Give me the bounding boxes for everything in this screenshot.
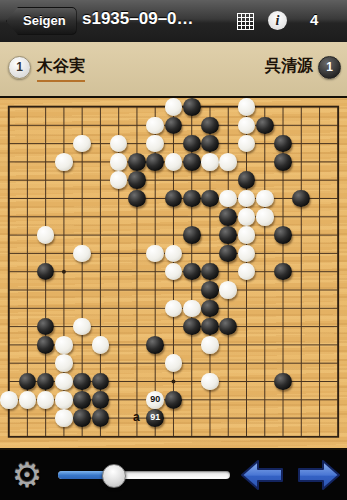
white-stone[interactable] (219, 281, 237, 299)
white-stone[interactable] (238, 208, 256, 226)
black-stone[interactable] (201, 117, 219, 135)
black-stone[interactable] (274, 226, 292, 244)
black-stone[interactable] (274, 373, 292, 391)
white-stone[interactable] (55, 153, 73, 171)
white-player-badge: 1 (8, 56, 31, 79)
info-icon[interactable]: i (268, 11, 287, 30)
black-stone[interactable] (183, 263, 201, 281)
white-stone[interactable] (183, 300, 201, 318)
move-91-stone[interactable]: 91 (146, 409, 164, 427)
nav-bar: Seigen s1935–09–0… i 4 (0, 0, 347, 43)
white-stone[interactable] (256, 208, 274, 226)
black-stone[interactable] (92, 409, 110, 427)
previous-move-button[interactable] (240, 459, 284, 491)
black-stone[interactable] (183, 135, 201, 153)
white-stone[interactable] (238, 98, 256, 116)
white-stone[interactable] (165, 354, 183, 372)
black-stone[interactable] (183, 226, 201, 244)
white-stone[interactable] (92, 336, 110, 354)
black-stone[interactable] (219, 226, 237, 244)
back-button[interactable]: Seigen (6, 7, 77, 35)
black-stone[interactable] (201, 135, 219, 153)
white-stone[interactable] (19, 391, 37, 409)
bottom-toolbar: ⚙ (0, 450, 347, 500)
black-player-name: 呉清源 (265, 56, 313, 77)
white-stone[interactable] (55, 373, 73, 391)
white-stone[interactable] (37, 391, 55, 409)
white-stone[interactable] (238, 226, 256, 244)
black-stone[interactable] (274, 135, 292, 153)
white-stone[interactable] (55, 409, 73, 427)
black-stone[interactable] (201, 300, 219, 318)
black-stone[interactable] (146, 153, 164, 171)
white-player-name[interactable]: 木谷実 (37, 56, 85, 82)
black-stone[interactable] (37, 336, 55, 354)
move-90-stone[interactable]: 90 (146, 391, 164, 409)
black-stone[interactable] (201, 318, 219, 336)
black-stone[interactable] (92, 391, 110, 409)
black-stone[interactable] (183, 318, 201, 336)
white-stone[interactable] (146, 245, 164, 263)
game-title: s1935–09–0… (82, 9, 212, 29)
white-stone[interactable] (201, 373, 219, 391)
app-screen: Seigen s1935–09–0… i 4 1 木谷実 呉清源 1 9091a… (0, 0, 347, 500)
black-stone[interactable] (128, 153, 146, 171)
white-stone[interactable] (201, 336, 219, 354)
next-move-button[interactable] (297, 459, 341, 491)
settings-gear-icon[interactable]: ⚙ (8, 454, 46, 496)
black-stone[interactable] (274, 153, 292, 171)
white-stone[interactable] (256, 190, 274, 208)
black-stone[interactable] (219, 208, 237, 226)
white-stone[interactable] (219, 153, 237, 171)
white-stone[interactable] (55, 336, 73, 354)
black-stone[interactable] (183, 153, 201, 171)
black-player-badge: 1 (318, 56, 341, 79)
black-stone[interactable] (128, 190, 146, 208)
black-stone[interactable] (128, 171, 146, 189)
move-slider-knob[interactable] (102, 464, 126, 488)
white-stone[interactable] (110, 153, 128, 171)
nav-count-label: 4 (310, 11, 318, 28)
white-stone[interactable] (55, 354, 73, 372)
black-stone[interactable] (146, 336, 164, 354)
black-stone[interactable] (183, 190, 201, 208)
black-stone[interactable] (201, 281, 219, 299)
black-stone[interactable] (73, 373, 91, 391)
black-stone[interactable] (219, 245, 237, 263)
black-stone[interactable] (73, 409, 91, 427)
white-stone[interactable] (165, 98, 183, 116)
white-stone[interactable] (201, 153, 219, 171)
white-stone[interactable] (0, 391, 18, 409)
player-bar: 1 木谷実 呉清源 1 (0, 42, 347, 96)
go-board[interactable]: 9091a (0, 96, 347, 450)
white-stone[interactable] (55, 391, 73, 409)
board-grid-icon[interactable] (237, 13, 254, 30)
white-stone[interactable] (146, 117, 164, 135)
right-arrow-icon (299, 461, 339, 489)
black-stone[interactable] (238, 171, 256, 189)
move-slider[interactable] (58, 471, 230, 479)
black-stone[interactable] (73, 391, 91, 409)
annotation-label-a: a (133, 410, 140, 424)
left-arrow-icon (242, 461, 282, 489)
black-stone[interactable] (183, 98, 201, 116)
black-stone[interactable] (201, 263, 219, 281)
black-stone[interactable] (201, 190, 219, 208)
black-stone[interactable] (256, 117, 274, 135)
black-stone[interactable] (165, 391, 183, 409)
white-stone[interactable] (73, 245, 91, 263)
white-stone[interactable] (165, 153, 183, 171)
